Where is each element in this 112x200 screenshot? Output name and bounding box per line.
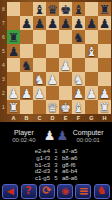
square-b7[interactable]: ♟ [20,16,33,30]
square-f1[interactable]: ♝ [72,100,85,114]
square-e1[interactable]: ♚ [59,100,72,114]
piece-black-pawn[interactable]: ♟ [21,16,32,29]
square-d4[interactable] [46,58,59,72]
side-icons: ♟ ♟ [44,129,68,143]
move-row-4: d2-d34a6-b4 [14,168,98,175]
rank-label-2: 2 [0,86,7,100]
eye-icon: ◉ [61,186,69,196]
piece-white-king[interactable]: ♚ [60,100,71,113]
square-c2[interactable]: ♟ [33,86,46,100]
piece-white-queen[interactable]: ♛ [47,100,58,113]
piece-white-bishop[interactable]: ♝ [86,44,97,57]
piece-black-pawn[interactable]: ♟ [86,16,97,29]
toolbar: ◀?⟳◉≡♞ [0,182,112,200]
black-player-label: Computer [71,129,105,137]
square-d8[interactable]: ♛ [46,2,59,16]
rank-label-8: 8 [0,2,7,16]
move-number: 5 [50,175,62,182]
square-e2[interactable] [59,86,72,100]
restart-button[interactable]: ⟳ [39,184,55,199]
square-b3[interactable] [20,72,33,86]
move-number: 3 [50,162,62,169]
black-pawn-icon: ♟ [57,129,69,143]
white-pawn-icon: ♟ [44,129,56,143]
square-g7[interactable]: ♟ [85,16,98,30]
knight-icon: ♞ [97,186,107,196]
square-h3[interactable] [98,72,111,86]
list-icon: ≡ [78,186,88,196]
piece-black-rook[interactable]: ♜ [99,2,110,15]
square-h7[interactable]: ♟ [98,16,111,30]
black-move: g8-f6 [62,162,98,169]
file-label-c: C [33,113,46,122]
computer-move-button[interactable]: ♞ [94,184,110,199]
piece-white-pawn[interactable]: ♟ [73,86,84,99]
square-h5[interactable] [98,44,111,58]
piece-black-pawn[interactable]: ♟ [99,16,110,29]
square-e3[interactable] [59,72,72,86]
square-g5[interactable]: ♝ [85,44,98,58]
square-a5[interactable]: ♟ [7,44,20,58]
file-label-e: E [59,113,72,122]
piece-white-pawn[interactable]: ♟ [99,86,110,99]
chess-app: 87654321 ♝♛♚♝♜♟♟♟♟♟♟♟♜♞♟♝♞♟♞♟♞♟♟♟♟♟♟♜♛♚♝… [0,0,112,122]
piece-black-king[interactable]: ♚ [60,2,71,15]
black-clock: 00:00:01 [71,137,105,144]
piece-black-pawn[interactable]: ♟ [73,16,84,29]
square-g3[interactable] [85,72,98,86]
square-d5[interactable] [46,44,59,58]
rank-label-4: 4 [0,58,7,72]
square-g2[interactable]: ♟ [85,86,98,100]
square-d1[interactable]: ♛ [46,100,59,114]
piece-black-bishop[interactable]: ♝ [73,2,84,15]
piece-white-bishop[interactable]: ♝ [73,100,84,113]
piece-black-knight[interactable]: ♞ [73,30,84,43]
square-f7[interactable]: ♟ [72,16,85,30]
piece-black-pawn[interactable]: ♟ [8,44,19,57]
square-b5[interactable] [20,44,33,58]
piece-black-pawn[interactable]: ♟ [60,16,71,29]
square-f8[interactable]: ♝ [72,2,85,16]
rank-label-1: 1 [0,100,7,114]
white-move: e2-e4 [14,148,50,155]
square-c5[interactable] [33,44,46,58]
file-label-h: H [98,113,111,122]
square-d3[interactable]: ♟ [46,72,59,86]
square-h8[interactable]: ♜ [98,2,111,16]
square-b1[interactable] [20,100,33,114]
square-f2[interactable]: ♟ [72,86,85,100]
move-number: 2 [50,155,62,162]
white-move: g1-f3 [14,155,50,162]
square-b2[interactable]: ♟ [20,86,33,100]
white-move: b1-c3 [14,162,50,169]
square-f6[interactable]: ♞ [72,30,85,44]
square-h6[interactable] [98,30,111,44]
square-e8[interactable]: ♚ [59,2,72,16]
piece-white-rook[interactable]: ♜ [8,100,19,113]
move-list: e2-e41a7-a5g1-f32b8-a6b1-c33g8-f6d2-d34a… [0,148,112,182]
piece-white-pawn[interactable]: ♟ [86,86,97,99]
view-button[interactable]: ◉ [57,184,73,199]
square-g6[interactable] [85,30,98,44]
square-h2[interactable]: ♟ [98,86,111,100]
square-g1[interactable] [85,100,98,114]
move-row-1: e2-e41a7-a5 [14,148,98,155]
move-number: 4 [50,168,62,175]
question-mark-icon: ? [25,186,31,196]
piece-black-pawn[interactable]: ♟ [47,16,58,29]
square-b8[interactable] [20,2,33,16]
file-label-g: G [85,113,98,122]
move-row-5: c1-g55a8-a6 [14,175,98,182]
piece-white-pawn[interactable]: ♟ [8,86,19,99]
move-number: 1 [50,148,62,155]
square-a7[interactable] [7,16,20,30]
info-panel: Player 00:02:40 ♟ ♟ Computer 00:00:01 e2… [0,122,112,182]
piece-white-knight[interactable]: ♞ [73,72,84,85]
square-a8[interactable] [7,2,20,16]
back-arrow-icon: ◀ [7,186,14,196]
piece-white-pawn[interactable]: ♟ [47,72,58,85]
square-g4[interactable] [85,58,98,72]
black-move: a8-a6 [62,175,98,182]
square-d6[interactable] [46,30,59,44]
piece-black-rook[interactable]: ♜ [8,30,19,43]
square-f3[interactable]: ♞ [72,72,85,86]
square-a1[interactable]: ♜ [7,100,20,114]
chess-board: 87654321 ♝♛♚♝♜♟♟♟♟♟♟♟♜♞♟♝♞♟♞♟♞♟♟♟♟♟♟♜♛♚♝… [0,0,112,122]
file-label-f: F [72,113,85,122]
white-move: c1-g5 [14,175,50,182]
black-move: b8-a6 [62,155,98,162]
piece-black-bishop[interactable]: ♝ [34,2,45,15]
piece-white-pawn[interactable]: ♟ [60,58,71,71]
square-a3[interactable] [7,72,20,86]
piece-white-rook[interactable]: ♜ [99,100,110,113]
rank-label-5: 5 [0,44,7,58]
white-player-block: Player 00:02:40 [7,129,41,144]
square-c6[interactable] [33,30,46,44]
piece-black-knight[interactable]: ♞ [21,58,32,71]
rank-label-6: 6 [0,30,7,44]
square-c8[interactable]: ♝ [33,2,46,16]
back-button[interactable]: ◀ [2,184,18,199]
piece-black-pawn[interactable]: ♟ [34,16,45,29]
square-g8[interactable] [85,2,98,16]
black-move: a7-a5 [62,148,98,155]
white-clock: 00:02:40 [7,137,41,144]
square-e6[interactable] [59,30,72,44]
rank-label-3: 3 [0,72,7,86]
square-a6[interactable]: ♜ [7,30,20,44]
black-player-block: Computer 00:00:01 [71,129,105,144]
rank-label-7: 7 [0,16,7,30]
board-squares: ♝♛♚♝♜♟♟♟♟♟♟♟♜♞♟♝♞♟♞♟♞♟♟♟♟♟♟♜♛♚♝♜ [7,2,111,114]
white-player-label: Player [7,129,41,137]
square-c3[interactable]: ♞ [33,72,46,86]
piece-black-queen[interactable]: ♛ [47,2,58,15]
square-c1[interactable] [33,100,46,114]
square-b4[interactable]: ♞ [20,58,33,72]
file-label-d: D [46,113,59,122]
square-h4[interactable] [98,58,111,72]
file-label-b: B [20,113,33,122]
black-move: a6-b4 [62,168,98,175]
piece-white-knight[interactable]: ♞ [34,72,45,85]
piece-white-pawn[interactable]: ♟ [34,86,45,99]
square-a2[interactable]: ♟ [7,86,20,100]
hint-button[interactable]: ? [21,184,37,199]
square-d7[interactable]: ♟ [46,16,59,30]
white-move: d2-d3 [14,168,50,175]
piece-white-pawn[interactable]: ♟ [21,86,32,99]
square-c7[interactable]: ♟ [33,16,46,30]
square-e4[interactable]: ♟ [59,58,72,72]
move-row-3: b1-c33g8-f6 [14,162,98,169]
square-e5[interactable] [59,44,72,58]
square-b6[interactable] [20,30,33,44]
square-c4[interactable] [33,58,46,72]
square-e7[interactable]: ♟ [59,16,72,30]
square-a4[interactable] [7,58,20,72]
menu-button[interactable]: ≡ [75,184,91,199]
square-f5[interactable] [72,44,85,58]
file-labels: ABCDEFGH [7,113,111,122]
circular-arrows-icon: ⟳ [42,186,51,196]
move-row-2: g1-f32b8-a6 [14,155,98,162]
rank-labels: 87654321 [0,2,7,114]
square-d2[interactable] [46,86,59,100]
square-f4[interactable] [72,58,85,72]
file-label-a: A [7,113,20,122]
players-header: Player 00:02:40 ♟ ♟ Computer 00:00:01 [0,122,112,148]
square-h1[interactable]: ♜ [98,100,111,114]
